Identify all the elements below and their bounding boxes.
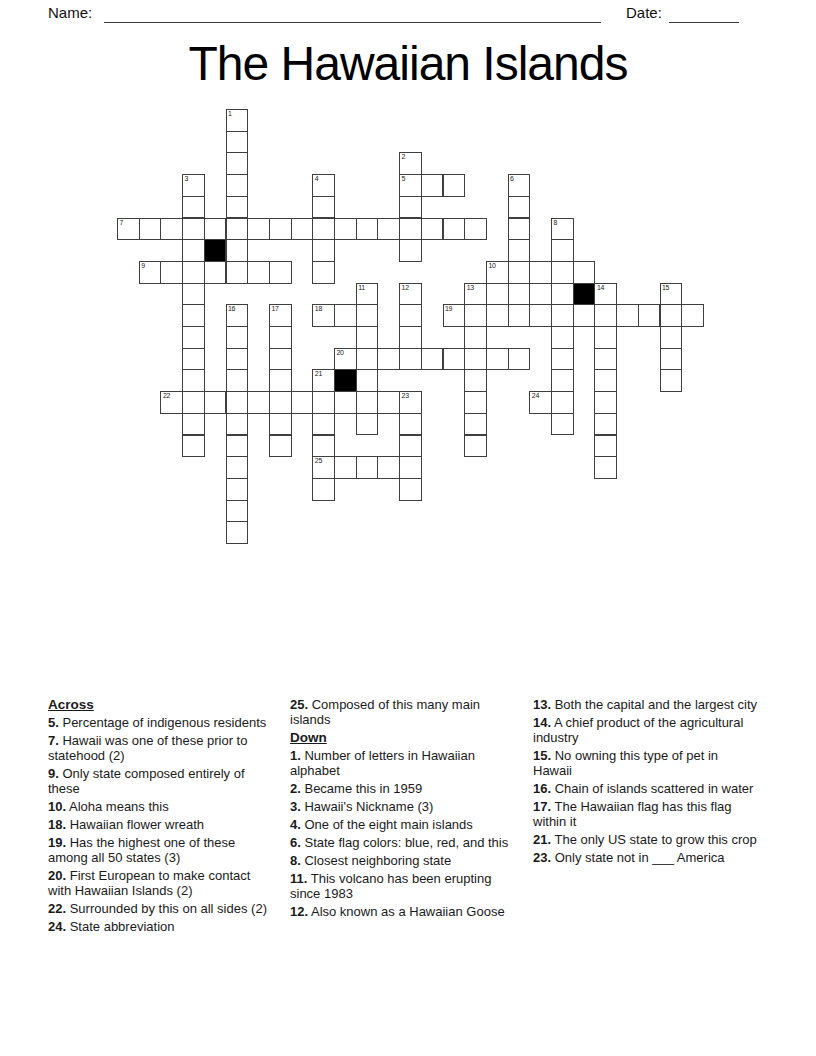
grid-cell-r10c22[interactable]	[594, 326, 617, 349]
grid-cell-r10c7[interactable]	[269, 326, 292, 349]
grid-cell-r5c2[interactable]	[160, 218, 183, 241]
grid-cell-r5c5[interactable]	[226, 218, 249, 241]
grid-cell-r9c25[interactable]	[660, 304, 683, 327]
clue-num-label: 18.	[48, 817, 66, 832]
grid-cell-r5c11[interactable]	[356, 218, 379, 241]
grid-cell-r8c25[interactable]: 15	[660, 283, 683, 306]
grid-cell-r3c14[interactable]	[421, 174, 444, 197]
grid-cell-r5c7[interactable]	[269, 218, 292, 241]
grid-cell-r11c7[interactable]	[269, 348, 292, 371]
clue-down-21: 21. The only US state to grow this crop	[533, 832, 759, 847]
clue-across-20: 20. First European to make contact with …	[48, 868, 274, 898]
clue-down-4: 4. One of the eight main islands	[290, 817, 516, 832]
grid-cell-r12c11[interactable]	[356, 369, 379, 392]
clue-number-2: 2	[402, 153, 406, 161]
grid-cell-r7c7[interactable]	[269, 261, 292, 284]
grid-cell-r13c2[interactable]: 22	[160, 391, 183, 414]
grid-cell-r11c12[interactable]	[377, 348, 400, 371]
clues-column-2: 25. Composed of this many main islandsDo…	[290, 697, 516, 919]
clue-num-label: 5.	[48, 715, 59, 730]
clue-across-19: 19. Has the highest one of these among a…	[48, 835, 274, 865]
grid-cell-r11c15[interactable]	[443, 348, 466, 371]
clue-number-5: 5	[402, 175, 406, 183]
grid-cell-r4c5[interactable]	[226, 196, 249, 219]
clue-across-10: 10. Aloha means this	[48, 799, 274, 814]
date-label: Date:	[626, 4, 662, 21]
clue-number-3: 3	[185, 175, 189, 183]
grid-cell-r11c5[interactable]	[226, 348, 249, 371]
grid-cell-r13c19[interactable]: 24	[529, 391, 552, 414]
grid-cell-r10c11[interactable]	[356, 326, 379, 349]
clue-number-15: 15	[662, 284, 669, 292]
clue-across-22: 22. Surrounded by this on all sides (2)	[48, 901, 274, 916]
grid-cell-r12c3[interactable]	[182, 369, 205, 392]
grid-cell-r0c5[interactable]: 1	[226, 109, 249, 132]
grid-cell-r13c4[interactable]	[204, 391, 227, 414]
grid-cell-r5c8[interactable]	[291, 218, 314, 241]
clue-number-14: 14	[597, 284, 604, 292]
grid-cell-r8c20[interactable]	[551, 283, 574, 306]
grid-cell-r15c5[interactable]	[226, 435, 249, 458]
grid-cell-r14c7[interactable]	[269, 413, 292, 436]
grid-cell-r15c16[interactable]	[464, 435, 487, 458]
name-blank-line[interactable]	[104, 5, 601, 23]
grid-cell-r13c9[interactable]	[312, 391, 335, 414]
grid-cell-r8c17[interactable]	[486, 283, 509, 306]
grid-cell-r14c16[interactable]	[464, 413, 487, 436]
clue-num-label: 3.	[290, 799, 301, 814]
grid-cell-r6c13[interactable]	[399, 239, 422, 262]
grid-cell-r3c9[interactable]: 4	[312, 174, 335, 197]
grid-cell-r17c9[interactable]	[312, 478, 335, 501]
grid-cell-r16c9[interactable]: 25	[312, 456, 335, 479]
clues-column-3: 13. Both the capital and the largest cit…	[533, 697, 759, 865]
grid-cell-r9c22[interactable]	[594, 304, 617, 327]
grid-cell-r16c11[interactable]	[356, 456, 379, 479]
grid-cell-r9c18[interactable]	[508, 304, 531, 327]
date-blank-line[interactable]	[669, 5, 739, 23]
clue-num-label: 1.	[290, 748, 301, 763]
grid-cell-r7c9[interactable]	[312, 261, 335, 284]
grid-cell-r10c3[interactable]	[182, 326, 205, 349]
clue-num-label: 4.	[290, 817, 301, 832]
grid-cell-r9c19[interactable]	[529, 304, 552, 327]
grid-cell-r1c5[interactable]	[226, 131, 249, 154]
grid-cell-r12c5[interactable]	[226, 369, 249, 392]
grid-cell-r13c20[interactable]	[551, 391, 574, 414]
grid-cell-r5c12[interactable]	[377, 218, 400, 241]
clue-across-18: 18. Hawaiian flower wreath	[48, 817, 274, 832]
grid-cell-r5c13[interactable]	[399, 218, 422, 241]
grid-cell-r10c13[interactable]	[399, 326, 422, 349]
clue-number-8: 8	[554, 219, 558, 227]
clue-num-label: 9.	[48, 766, 59, 781]
clue-number-19: 19	[445, 305, 452, 313]
grid-cell-r12c16[interactable]	[464, 369, 487, 392]
grid-cell-r3c18[interactable]: 6	[508, 174, 531, 197]
grid-cell-r10c5[interactable]	[226, 326, 249, 349]
grid-cell-r14c13[interactable]	[399, 413, 422, 436]
grid-cell-r9c23[interactable]	[616, 304, 639, 327]
grid-cell-r8c3[interactable]	[182, 283, 205, 306]
grid-cell-r4c18[interactable]	[508, 196, 531, 219]
grid-cell-r16c5[interactable]	[226, 456, 249, 479]
grid-cell-r15c3[interactable]	[182, 435, 205, 458]
grid-cell-r13c10[interactable]	[334, 391, 357, 414]
grid-cell-r5c16[interactable]	[464, 218, 487, 241]
grid-cell-r11c13[interactable]	[399, 348, 422, 371]
clue-num-label: 25.	[290, 697, 308, 712]
grid-cell-r9c21[interactable]	[573, 304, 596, 327]
grid-cell-r7c4[interactable]	[204, 261, 227, 284]
grid-cell-r11c18[interactable]	[508, 348, 531, 371]
grid-cell-r9c11[interactable]	[356, 304, 379, 327]
grid-cell-r9c24[interactable]	[638, 304, 661, 327]
clue-num-label: 8.	[290, 853, 301, 868]
grid-cell-r5c15[interactable]	[443, 218, 466, 241]
grid-cell-r7c21[interactable]	[573, 261, 596, 284]
grid-cell-r7c2[interactable]	[160, 261, 183, 284]
clue-num-label: 15.	[533, 748, 551, 763]
clue-number-18: 18	[315, 305, 322, 313]
grid-cell-r3c15[interactable]	[443, 174, 466, 197]
grid-cell-r8c16[interactable]: 13	[464, 283, 487, 306]
grid-cell-r4c3[interactable]	[182, 196, 205, 219]
grid-cell-r7c17[interactable]: 10	[486, 261, 509, 284]
grid-cell-r14c22[interactable]	[594, 413, 617, 436]
grid-cell-r13c5[interactable]	[226, 391, 249, 414]
grid-cell-r7c18[interactable]	[508, 261, 531, 284]
grid-cell-r6c9[interactable]	[312, 239, 335, 262]
grid-cell-r7c20[interactable]	[551, 261, 574, 284]
clue-down-1: 1. Number of letters in Hawaiian alphabe…	[290, 748, 516, 778]
clue-number-6: 6	[510, 175, 514, 183]
clue-number-4: 4	[315, 175, 319, 183]
grid-cell-r11c16[interactable]	[464, 348, 487, 371]
clue-num-label: 23.	[533, 850, 551, 865]
clue-number-11: 11	[358, 284, 365, 292]
clue-num-label: 6.	[290, 835, 301, 850]
grid-cell-r12c20[interactable]	[551, 369, 574, 392]
grid-cell-r11c14[interactable]	[421, 348, 444, 371]
clue-down-3: 3. Hawaii's Nickname (3)	[290, 799, 516, 814]
grid-cell-r13c7[interactable]	[269, 391, 292, 414]
clue-number-20: 20	[337, 349, 344, 357]
grid-cell-r14c3[interactable]	[182, 413, 205, 436]
clue-num-label: 17.	[533, 799, 551, 814]
clue-down-6: 6. State flag colors: blue, red, and thi…	[290, 835, 516, 850]
grid-cell-r17c5[interactable]	[226, 478, 249, 501]
grid-cell-r19c5[interactable]	[226, 521, 249, 544]
crossword-grid: 1234567891011121314151617181920212223242…	[117, 109, 705, 545]
black-cell-r8c21	[573, 283, 596, 306]
grid-cell-r15c22[interactable]	[594, 435, 617, 458]
grid-cell-r5c20[interactable]: 8	[551, 218, 574, 241]
down-header: Down	[290, 730, 516, 745]
clue-down-16: 16. Chain of islands scattered in water	[533, 781, 759, 796]
grid-cell-r9c7[interactable]: 17	[269, 304, 292, 327]
grid-cell-r12c25[interactable]	[660, 369, 683, 392]
grid-cell-r8c13[interactable]: 12	[399, 283, 422, 306]
clue-across-9: 9. Only state composed entirely of these	[48, 766, 274, 796]
grid-cell-r9c9[interactable]: 18	[312, 304, 335, 327]
grid-cell-r9c20[interactable]	[551, 304, 574, 327]
grid-cell-r16c13[interactable]	[399, 456, 422, 479]
grid-cell-r17c13[interactable]	[399, 478, 422, 501]
clue-num-label: 13.	[533, 697, 551, 712]
clue-down-11: 11. This volcano has been erupting since…	[290, 871, 516, 901]
grid-cell-r5c3[interactable]	[182, 218, 205, 241]
clue-num-label: 12.	[290, 904, 308, 919]
grid-cell-r5c18[interactable]	[508, 218, 531, 241]
grid-cell-r8c22[interactable]: 14	[594, 283, 617, 306]
grid-cell-r7c6[interactable]	[247, 261, 270, 284]
grid-cell-r7c3[interactable]	[182, 261, 205, 284]
grid-cell-r9c13[interactable]	[399, 304, 422, 327]
clue-num-label: 7.	[48, 733, 59, 748]
clue-number-1: 1	[228, 110, 232, 118]
grid-cell-r14c11[interactable]	[356, 413, 379, 436]
clue-number-7: 7	[120, 219, 124, 227]
grid-cell-r5c1[interactable]	[139, 218, 162, 241]
grid-cell-r9c17[interactable]	[486, 304, 509, 327]
grid-cell-r14c9[interactable]	[312, 413, 335, 436]
across-header: Across	[48, 697, 274, 712]
grid-cell-r11c17[interactable]	[486, 348, 509, 371]
grid-cell-r13c22[interactable]	[594, 391, 617, 414]
name-label: Name:	[48, 4, 92, 21]
grid-cell-r16c12[interactable]	[377, 456, 400, 479]
grid-cell-r7c5[interactable]	[226, 261, 249, 284]
grid-cell-r3c5[interactable]	[226, 174, 249, 197]
clue-down-8: 8. Closest neighboring state	[290, 853, 516, 868]
clue-num-label: 11.	[290, 871, 307, 886]
grid-cell-r10c25[interactable]	[660, 326, 683, 349]
clue-down-2: 2. Became this in 1959	[290, 781, 516, 796]
clue-down-15: 15. No owning this type of pet in Hawaii	[533, 748, 759, 778]
clue-number-25: 25	[315, 457, 322, 465]
grid-cell-r18c5[interactable]	[226, 500, 249, 523]
grid-cell-r6c5[interactable]	[226, 239, 249, 262]
clue-across-7: 7. Hawaii was one of these prior to stat…	[48, 733, 274, 763]
grid-cell-r2c5[interactable]	[226, 152, 249, 175]
grid-cell-r10c20[interactable]	[551, 326, 574, 349]
grid-cell-r6c18[interactable]	[508, 239, 531, 262]
clue-across-24: 24. State abbreviation	[48, 919, 274, 934]
grid-cell-r7c19[interactable]	[529, 261, 552, 284]
grid-cell-r5c6[interactable]	[247, 218, 270, 241]
clue-num-label: 14.	[533, 715, 551, 730]
grid-cell-r4c13[interactable]	[399, 196, 422, 219]
grid-cell-r10c16[interactable]	[464, 326, 487, 349]
grid-cell-r15c13[interactable]	[399, 435, 422, 458]
grid-cell-r14c20[interactable]	[551, 413, 574, 436]
grid-cell-r15c9[interactable]	[312, 435, 335, 458]
grid-cell-r8c11[interactable]: 11	[356, 283, 379, 306]
clue-number-16: 16	[228, 305, 235, 313]
grid-cell-r5c10[interactable]	[334, 218, 357, 241]
clue-across-25: 25. Composed of this many main islands	[290, 697, 516, 727]
grid-cell-r5c4[interactable]	[204, 218, 227, 241]
grid-cell-r8c18[interactable]	[508, 283, 531, 306]
clue-down-13: 13. Both the capital and the largest cit…	[533, 697, 759, 712]
grid-cell-r9c26[interactable]	[681, 304, 704, 327]
clue-number-21: 21	[315, 370, 322, 378]
grid-cell-r11c25[interactable]	[660, 348, 683, 371]
clue-across-5: 5. Percentage of indigenous residents	[48, 715, 274, 730]
grid-cell-r9c3[interactable]	[182, 304, 205, 327]
clue-number-22: 22	[163, 392, 170, 400]
grid-cell-r9c5[interactable]: 16	[226, 304, 249, 327]
clue-number-17: 17	[271, 305, 278, 313]
grid-cell-r15c7[interactable]	[269, 435, 292, 458]
grid-cell-r5c0[interactable]: 7	[117, 218, 140, 241]
clue-num-label: 2.	[290, 781, 301, 796]
clue-num-label: 21.	[533, 832, 551, 847]
grid-cell-r7c1[interactable]: 9	[139, 261, 162, 284]
clue-number-24: 24	[532, 392, 539, 400]
grid-cell-r4c9[interactable]	[312, 196, 335, 219]
clue-number-23: 23	[402, 392, 409, 400]
grid-cell-r8c19[interactable]	[529, 283, 552, 306]
grid-cell-r13c13[interactable]: 23	[399, 391, 422, 414]
grid-cell-r13c8[interactable]	[291, 391, 314, 414]
grid-cell-r11c10[interactable]: 20	[334, 348, 357, 371]
clue-down-17: 17. The Hawaiian flag has this flag with…	[533, 799, 759, 829]
clue-number-13: 13	[467, 284, 474, 292]
grid-cell-r16c10[interactable]	[334, 456, 357, 479]
grid-cell-r11c22[interactable]	[594, 348, 617, 371]
clue-number-9: 9	[141, 262, 145, 270]
grid-cell-r16c22[interactable]	[594, 456, 617, 479]
clue-number-10: 10	[488, 262, 495, 270]
grid-cell-r13c12[interactable]	[377, 391, 400, 414]
grid-cell-r9c10[interactable]	[334, 304, 357, 327]
clue-num-label: 22.	[48, 901, 66, 916]
grid-cell-r2c13[interactable]: 2	[399, 152, 422, 175]
grid-cell-r12c9[interactable]: 21	[312, 369, 335, 392]
grid-cell-r13c16[interactable]	[464, 391, 487, 414]
grid-cell-r3c3[interactable]: 3	[182, 174, 205, 197]
grid-cell-r13c11[interactable]	[356, 391, 379, 414]
grid-cell-r12c7[interactable]	[269, 369, 292, 392]
crossword-worksheet-page: { "game": "crossword", "title": "The Haw…	[0, 0, 816, 1056]
clue-down-12: 12. Also known as a Hawaiian Goose	[290, 904, 516, 919]
clues-column-1: Across5. Percentage of indigenous reside…	[48, 697, 274, 934]
clue-num-label: 24.	[48, 919, 66, 934]
grid-cell-r13c3[interactable]	[182, 391, 205, 414]
grid-cell-r13c6[interactable]	[247, 391, 270, 414]
clue-down-14: 14. A chief product of the agricultural …	[533, 715, 759, 745]
grid-cell-r6c20[interactable]	[551, 239, 574, 262]
puzzle-title: The Hawaiian Islands	[0, 37, 816, 91]
grid-cell-r9c16[interactable]	[464, 304, 487, 327]
black-cell-r12c10	[334, 369, 357, 392]
clue-num-label: 20.	[48, 868, 66, 883]
clue-down-23: 23. Only state not in ___ America	[533, 850, 759, 865]
clue-number-12: 12	[402, 284, 409, 292]
clue-num-label: 16.	[533, 781, 551, 796]
grid-cell-r6c3[interactable]	[182, 239, 205, 262]
grid-cell-r9c15[interactable]: 19	[443, 304, 466, 327]
grid-cell-r14c5[interactable]	[226, 413, 249, 436]
grid-cell-r3c13[interactable]: 5	[399, 174, 422, 197]
black-cell-r6c4	[204, 239, 227, 262]
grid-cell-r12c22[interactable]	[594, 369, 617, 392]
clue-num-label: 19.	[48, 835, 66, 850]
grid-cell-r11c11[interactable]	[356, 348, 379, 371]
grid-cell-r11c20[interactable]	[551, 348, 574, 371]
grid-cell-r11c3[interactable]	[182, 348, 205, 371]
clue-num-label: 10.	[48, 799, 66, 814]
grid-cell-r5c9[interactable]	[312, 218, 335, 241]
grid-cell-r5c14[interactable]	[421, 218, 444, 241]
